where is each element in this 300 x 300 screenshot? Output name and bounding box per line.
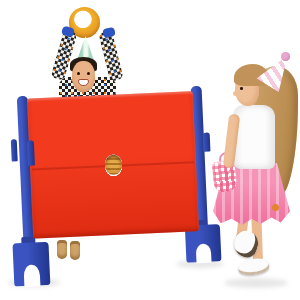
girl-hat-pompom bbox=[281, 52, 290, 61]
board-grid bbox=[32, 95, 194, 234]
game-board bbox=[27, 91, 199, 238]
girl-eye bbox=[240, 87, 243, 90]
green-ring-stack-left bbox=[20, 162, 49, 249]
girl-white-top bbox=[233, 105, 275, 169]
product-photo-giant-connect-four bbox=[0, 0, 300, 300]
skirt-accent-dot bbox=[272, 204, 279, 211]
girl-nose bbox=[233, 91, 238, 96]
gold-disc-col7-row6 bbox=[104, 154, 122, 175]
